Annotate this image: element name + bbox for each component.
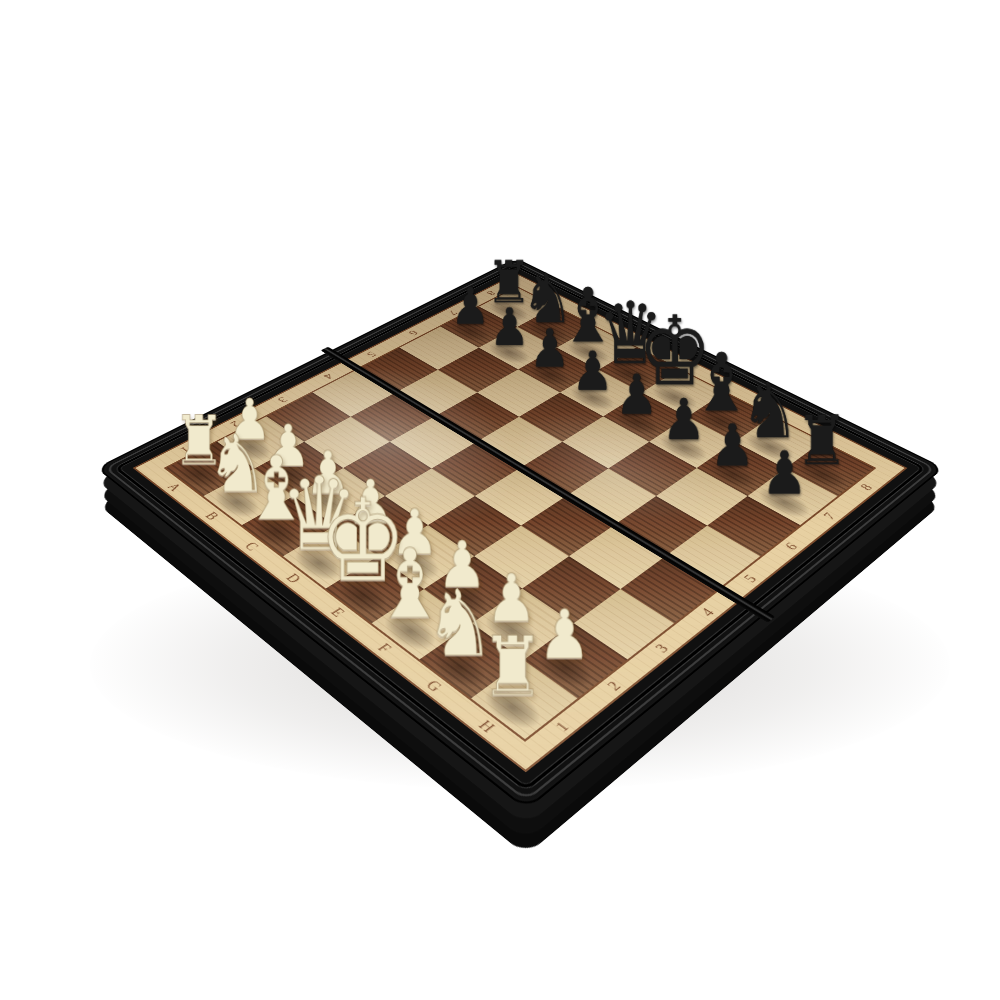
square-f3: [474, 525, 570, 588]
square-e3: [428, 496, 521, 556]
square-g4: [569, 525, 665, 588]
photo-background: ABCDEFGH 87654321 87654321 ♜♞♝♛♚♝♞♜♟♟♟♟♟…: [0, 0, 1000, 1000]
square-h4: [620, 556, 718, 623]
square-e4: [475, 468, 566, 525]
square-d3: [385, 468, 476, 525]
chess-board: ABCDEFGH 87654321 87654321 ♜♞♝♛♚♝♞♜♟♟♟♟♟…: [96, 258, 945, 810]
square-f4: [521, 496, 614, 556]
square-g3: [522, 556, 620, 623]
scene-3d: ABCDEFGH 87654321 87654321 ♜♞♝♛♚♝♞♜♟♟♟♟♟…: [0, 0, 1000, 1000]
